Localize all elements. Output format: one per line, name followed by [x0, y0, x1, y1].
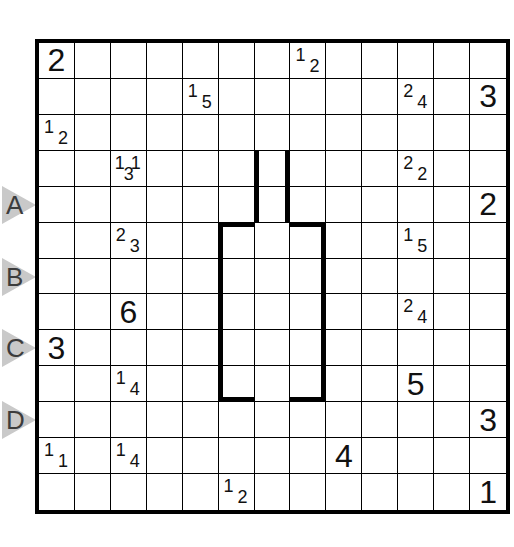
cell-r5c13[interactable]: 2 [470, 187, 506, 223]
cell-r8c7[interactable] [255, 294, 291, 330]
cell-r12c9[interactable]: 4 [326, 438, 362, 474]
cell-r11c3[interactable] [111, 402, 147, 438]
cell-r1c3[interactable] [111, 43, 147, 79]
cell-r8c3[interactable]: 6 [111, 294, 147, 330]
cell-r5c1[interactable] [39, 187, 75, 223]
clue-value: 4 [417, 308, 427, 326]
cell-r1c2[interactable] [75, 43, 111, 79]
cell-r2c8[interactable] [290, 79, 326, 115]
cell-r1c6[interactable] [219, 43, 255, 79]
cell-r3c9[interactable] [326, 115, 362, 151]
cell-r9c2[interactable] [75, 330, 111, 366]
cell-r13c6[interactable]: 12 [219, 474, 255, 510]
cell-r7c5[interactable] [183, 259, 219, 295]
clue-value: 2 [403, 154, 413, 172]
clue-value: 2 [309, 57, 319, 75]
cell-r6c6[interactable] [219, 223, 255, 259]
cell-r5c2[interactable] [75, 187, 111, 223]
clue-value: 3 [124, 165, 134, 183]
cell-r11c5[interactable] [183, 402, 219, 438]
cell-r9c10[interactable] [362, 330, 398, 366]
cell-r12c1[interactable]: 11 [39, 438, 75, 474]
cell-r9c11[interactable] [398, 330, 434, 366]
cell-r8c9[interactable] [326, 294, 362, 330]
clue-value: 5 [398, 366, 433, 401]
cell-r3c8[interactable] [290, 115, 326, 151]
cell-r11c10[interactable] [362, 402, 398, 438]
cell-r5c6[interactable] [219, 187, 255, 223]
cell-r9c3[interactable] [111, 330, 147, 366]
clue-value: 1 [116, 441, 126, 459]
cell-r5c7[interactable] [255, 187, 291, 223]
cell-r3c4[interactable] [147, 115, 183, 151]
clue-value: 2 [39, 43, 74, 78]
cell-r8c11[interactable]: 24 [398, 294, 434, 330]
clue-value: 2 [403, 82, 413, 100]
cell-r11c8[interactable] [290, 402, 326, 438]
cell-r10c13[interactable] [470, 366, 506, 402]
cell-r13c12[interactable] [434, 474, 470, 510]
cell-r1c8[interactable]: 12 [290, 43, 326, 79]
cell-r1c11[interactable] [398, 43, 434, 79]
cell-r6c12[interactable] [434, 223, 470, 259]
cell-r12c4[interactable] [147, 438, 183, 474]
clue-value: 5 [417, 237, 427, 255]
cell-r8c2[interactable] [75, 294, 111, 330]
cell-r3c1[interactable]: 12 [39, 115, 75, 151]
cell-r12c2[interactable] [75, 438, 111, 474]
cell-r12c12[interactable] [434, 438, 470, 474]
cell-r2c12[interactable] [434, 79, 470, 115]
cell-r4c8[interactable] [290, 151, 326, 187]
cell-r10c7[interactable] [255, 366, 291, 402]
cell-r10c12[interactable] [434, 366, 470, 402]
cell-r6c8[interactable] [290, 223, 326, 259]
cell-r12c8[interactable] [290, 438, 326, 474]
cell-r8c1[interactable] [39, 294, 75, 330]
cell-r8c4[interactable] [147, 294, 183, 330]
clue-value: 3 [130, 237, 140, 255]
marker-letter: D [6, 407, 25, 433]
cell-r3c11[interactable] [398, 115, 434, 151]
cell-r12c13[interactable] [470, 438, 506, 474]
cell-r13c2[interactable] [75, 474, 111, 510]
cell-r13c10[interactable] [362, 474, 398, 510]
cell-r9c9[interactable] [326, 330, 362, 366]
cell-r7c12[interactable] [434, 259, 470, 295]
clue-value: 2 [116, 226, 126, 244]
cell-r6c11[interactable]: 15 [398, 223, 434, 259]
cell-r12c7[interactable] [255, 438, 291, 474]
cell-r7c6[interactable] [219, 259, 255, 295]
cell-r12c5[interactable] [183, 438, 219, 474]
cell-r11c13[interactable]: 3 [470, 402, 506, 438]
clue-value: 2 [417, 165, 427, 183]
cell-r9c13[interactable] [470, 330, 506, 366]
puzzle-grid[interactable]: 212152431211322223156243145311144121 [35, 39, 510, 514]
cell-r2c2[interactable] [75, 79, 111, 115]
cell-r4c13[interactable] [470, 151, 506, 187]
cell-r5c12[interactable] [434, 187, 470, 223]
cell-r5c8[interactable] [290, 187, 326, 223]
cell-r4c10[interactable] [362, 151, 398, 187]
cell-r12c6[interactable] [219, 438, 255, 474]
cell-r2c10[interactable] [362, 79, 398, 115]
cell-r2c3[interactable] [111, 79, 147, 115]
cell-r10c5[interactable] [183, 366, 219, 402]
cell-r5c3[interactable] [111, 187, 147, 223]
cell-r6c4[interactable] [147, 223, 183, 259]
cell-r6c10[interactable] [362, 223, 398, 259]
cell-r11c12[interactable] [434, 402, 470, 438]
cell-r7c2[interactable] [75, 259, 111, 295]
cell-r1c5[interactable] [183, 43, 219, 79]
cell-r9c7[interactable] [255, 330, 291, 366]
cell-r2c4[interactable] [147, 79, 183, 115]
clue-value: 3 [470, 402, 506, 437]
cell-r3c10[interactable] [362, 115, 398, 151]
cell-r9c4[interactable] [147, 330, 183, 366]
cell-r7c8[interactable] [290, 259, 326, 295]
cell-r6c5[interactable] [183, 223, 219, 259]
cell-r2c7[interactable] [255, 79, 291, 115]
cell-r11c9[interactable] [326, 402, 362, 438]
clue-value: 1 [188, 82, 198, 100]
cell-r11c2[interactable] [75, 402, 111, 438]
cell-r3c12[interactable] [434, 115, 470, 151]
cell-r12c10[interactable] [362, 438, 398, 474]
clue-value: 5 [202, 93, 212, 111]
cell-r12c11[interactable] [398, 438, 434, 474]
cell-r2c11[interactable]: 24 [398, 79, 434, 115]
cell-r1c10[interactable] [362, 43, 398, 79]
cell-r8c13[interactable] [470, 294, 506, 330]
cell-r3c7[interactable] [255, 115, 291, 151]
cell-r10c6[interactable] [219, 366, 255, 402]
cell-r13c4[interactable] [147, 474, 183, 510]
clue-value: 3 [39, 330, 74, 365]
cell-r10c4[interactable] [147, 366, 183, 402]
cell-r10c8[interactable] [290, 366, 326, 402]
cell-r9c12[interactable] [434, 330, 470, 366]
cell-r10c1[interactable] [39, 366, 75, 402]
cell-r2c13[interactable]: 3 [470, 79, 506, 115]
clue-value: 2 [58, 129, 68, 147]
clue-value: 1 [116, 369, 126, 387]
cell-r9c6[interactable] [219, 330, 255, 366]
cell-r11c6[interactable] [219, 402, 255, 438]
clue-value: 1 [403, 226, 413, 244]
marker-letter: B [6, 264, 23, 290]
cell-r2c1[interactable] [39, 79, 75, 115]
cell-r8c10[interactable] [362, 294, 398, 330]
clue-value: 4 [326, 438, 361, 473]
cell-r7c13[interactable] [470, 259, 506, 295]
cell-r10c2[interactable] [75, 366, 111, 402]
cell-r9c8[interactable] [290, 330, 326, 366]
cell-r1c12[interactable] [434, 43, 470, 79]
cell-r1c9[interactable] [326, 43, 362, 79]
cell-r6c3[interactable]: 23 [111, 223, 147, 259]
cell-r8c5[interactable] [183, 294, 219, 330]
cell-r5c9[interactable] [326, 187, 362, 223]
clue-value: 1 [295, 46, 305, 64]
cell-r13c13[interactable]: 1 [470, 474, 506, 510]
cell-r3c6[interactable] [219, 115, 255, 151]
cell-r5c10[interactable] [362, 187, 398, 223]
cell-r6c13[interactable] [470, 223, 506, 259]
marker-letter: A [6, 192, 23, 218]
clue-value: 1 [470, 474, 506, 510]
cell-r3c13[interactable] [470, 115, 506, 151]
cell-r3c5[interactable] [183, 115, 219, 151]
cell-r13c8[interactable] [290, 474, 326, 510]
cell-r7c10[interactable] [362, 259, 398, 295]
cell-r3c2[interactable] [75, 115, 111, 151]
cell-r13c7[interactable] [255, 474, 291, 510]
cell-r6c7[interactable] [255, 223, 291, 259]
cell-r4c11[interactable]: 22 [398, 151, 434, 187]
clue-value: 2 [470, 187, 506, 222]
cell-r2c5[interactable]: 15 [183, 79, 219, 115]
cell-r13c11[interactable] [398, 474, 434, 510]
cell-r6c1[interactable] [39, 223, 75, 259]
clue-value: 1 [44, 441, 54, 459]
cell-r13c1[interactable] [39, 474, 75, 510]
cell-r1c1[interactable]: 2 [39, 43, 75, 79]
clue-value: 3 [470, 79, 506, 114]
cell-r2c9[interactable] [326, 79, 362, 115]
cell-r10c3[interactable]: 14 [111, 366, 147, 402]
cell-r13c5[interactable] [183, 474, 219, 510]
cell-r10c9[interactable] [326, 366, 362, 402]
clue-value: 4 [130, 452, 140, 470]
cell-r4c4[interactable] [147, 151, 183, 187]
cell-r8c6[interactable] [219, 294, 255, 330]
cell-r5c5[interactable] [183, 187, 219, 223]
cell-r7c1[interactable] [39, 259, 75, 295]
clue-value: 4 [130, 380, 140, 398]
cell-r11c7[interactable] [255, 402, 291, 438]
cell-r9c5[interactable] [183, 330, 219, 366]
cell-r13c3[interactable] [111, 474, 147, 510]
cell-r13c9[interactable] [326, 474, 362, 510]
cell-r3c3[interactable] [111, 115, 147, 151]
clue-value: 1 [44, 118, 54, 136]
cell-r4c2[interactable] [75, 151, 111, 187]
cell-r4c1[interactable] [39, 151, 75, 187]
cell-r12c3[interactable]: 14 [111, 438, 147, 474]
cell-r7c4[interactable] [147, 259, 183, 295]
cell-r4c9[interactable] [326, 151, 362, 187]
cell-r7c9[interactable] [326, 259, 362, 295]
clue-value: 2 [403, 297, 413, 315]
clue-value: 4 [417, 93, 427, 111]
cell-r5c4[interactable] [147, 187, 183, 223]
clue-value: 2 [238, 488, 248, 506]
cell-r9c1[interactable]: 3 [39, 330, 75, 366]
cell-r6c2[interactable] [75, 223, 111, 259]
cell-r1c13[interactable] [470, 43, 506, 79]
puzzle-canvas: ABCD 21215243121132222315624314531114412… [0, 0, 514, 547]
clue-value: 1 [58, 452, 68, 470]
cell-r1c7[interactable] [255, 43, 291, 79]
marker-letter: C [6, 335, 25, 361]
cell-r5c11[interactable] [398, 187, 434, 223]
cell-r10c11[interactable]: 5 [398, 366, 434, 402]
cell-r8c8[interactable] [290, 294, 326, 330]
clue-value: 6 [111, 294, 146, 329]
cell-r11c4[interactable] [147, 402, 183, 438]
cell-r4c5[interactable] [183, 151, 219, 187]
cell-r11c11[interactable] [398, 402, 434, 438]
cell-r10c10[interactable] [362, 366, 398, 402]
cell-r7c11[interactable] [398, 259, 434, 295]
cell-r4c7[interactable] [255, 151, 291, 187]
cell-r4c3[interactable]: 113 [111, 151, 147, 187]
cell-r8c12[interactable] [434, 294, 470, 330]
cell-r7c7[interactable] [255, 259, 291, 295]
cell-r4c12[interactable] [434, 151, 470, 187]
cell-r7c3[interactable] [111, 259, 147, 295]
cell-r11c1[interactable] [39, 402, 75, 438]
cell-r4c6[interactable] [219, 151, 255, 187]
cell-r1c4[interactable] [147, 43, 183, 79]
clue-value: 1 [224, 477, 234, 495]
cell-r2c6[interactable] [219, 79, 255, 115]
cell-r6c9[interactable] [326, 223, 362, 259]
